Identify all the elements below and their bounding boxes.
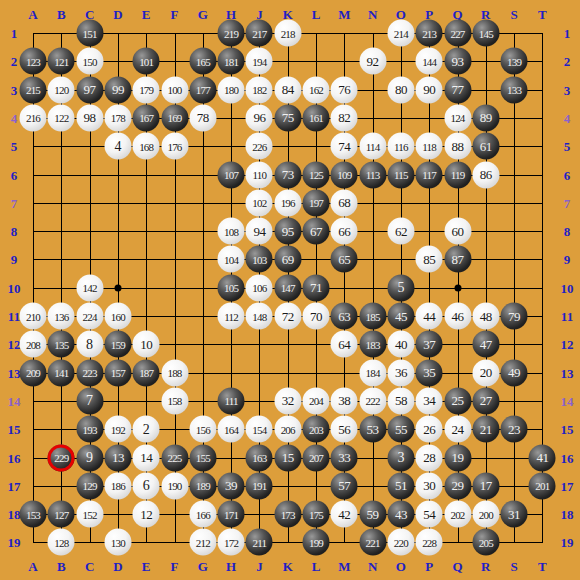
stone-Q18[interactable]: 202	[444, 501, 471, 528]
stone-R4[interactable]: 89	[472, 104, 499, 131]
move-number: 43	[395, 506, 407, 522]
stone-O10[interactable]: 5	[387, 274, 414, 301]
move-number: 26	[423, 421, 435, 437]
stone-C14[interactable]: 7	[76, 387, 103, 414]
move-number: 185	[366, 310, 380, 322]
stone-O19[interactable]: 220	[387, 529, 414, 556]
stone-J19[interactable]: 211	[246, 529, 273, 556]
move-number: 186	[111, 480, 125, 492]
stone-D19[interactable]: 130	[104, 529, 131, 556]
stone-N5[interactable]: 114	[359, 133, 386, 160]
stone-P14[interactable]: 34	[416, 387, 443, 414]
move-number: 60	[452, 223, 464, 239]
stone-O6[interactable]: 115	[387, 161, 414, 188]
stone-A12[interactable]: 208	[20, 331, 47, 358]
stone-N13[interactable]: 184	[359, 359, 386, 386]
move-number: 165	[196, 55, 210, 67]
stone-N11[interactable]: 185	[359, 303, 386, 330]
row-label-left-2: 2	[11, 55, 18, 68]
move-number: 35	[423, 365, 435, 381]
stone-N14[interactable]: 222	[359, 387, 386, 414]
stone-D3[interactable]: 99	[104, 76, 131, 103]
stone-P9[interactable]: 85	[416, 246, 443, 273]
stone-S15[interactable]: 23	[501, 416, 528, 443]
move-number: 109	[337, 169, 351, 181]
stone-L18[interactable]: 175	[303, 501, 330, 528]
stone-J2[interactable]: 194	[246, 48, 273, 75]
stone-L8[interactable]: 67	[303, 218, 330, 245]
stone-S18[interactable]: 31	[501, 501, 528, 528]
stone-L6[interactable]: 125	[303, 161, 330, 188]
stone-L10[interactable]: 71	[303, 274, 330, 301]
stone-M9[interactable]: 65	[331, 246, 358, 273]
stone-C3[interactable]: 97	[76, 76, 103, 103]
column-label-bottom-N: N	[368, 560, 377, 573]
stone-M7[interactable]: 68	[331, 189, 358, 216]
stone-J10[interactable]: 106	[246, 274, 273, 301]
stone-E4[interactable]: 167	[133, 104, 160, 131]
stone-J6[interactable]: 110	[246, 161, 273, 188]
stone-M3[interactable]: 76	[331, 76, 358, 103]
stone-H19[interactable]: 172	[218, 529, 245, 556]
stone-R6[interactable]: 86	[472, 161, 499, 188]
stone-C18[interactable]: 152	[76, 501, 103, 528]
stone-N12[interactable]: 183	[359, 331, 386, 358]
stone-C16[interactable]: 9	[76, 444, 103, 471]
stone-O11[interactable]: 45	[387, 303, 414, 330]
stone-F5[interactable]: 176	[161, 133, 188, 160]
stone-O8[interactable]: 62	[387, 218, 414, 245]
stone-E3[interactable]: 179	[133, 76, 160, 103]
move-number: 145	[479, 27, 493, 39]
move-number: 159	[111, 338, 125, 350]
stone-P18[interactable]: 54	[416, 501, 443, 528]
stone-C13[interactable]: 223	[76, 359, 103, 386]
move-number: 208	[26, 338, 40, 350]
row-label-left-11: 11	[8, 310, 20, 323]
stone-R14[interactable]: 27	[472, 387, 499, 414]
stone-Q14[interactable]: 25	[444, 387, 471, 414]
stone-M4[interactable]: 82	[331, 104, 358, 131]
stone-R5[interactable]: 61	[472, 133, 499, 160]
stone-R13[interactable]: 20	[472, 359, 499, 386]
stone-F4[interactable]: 169	[161, 104, 188, 131]
stone-F16[interactable]: 225	[161, 444, 188, 471]
move-number: 64	[338, 336, 350, 352]
move-number: 14	[140, 450, 152, 466]
stone-T17[interactable]: 201	[529, 472, 556, 499]
move-number: 12	[140, 506, 152, 522]
move-number: 129	[83, 480, 97, 492]
stone-M17[interactable]: 57	[331, 472, 358, 499]
stone-P12[interactable]: 37	[416, 331, 443, 358]
column-label-bottom-B: B	[57, 560, 66, 573]
stone-S11[interactable]: 79	[501, 303, 528, 330]
stone-K3[interactable]: 84	[274, 76, 301, 103]
move-number: 169	[167, 112, 181, 124]
stone-M18[interactable]: 42	[331, 501, 358, 528]
stone-Q8[interactable]: 60	[444, 218, 471, 245]
stone-O3[interactable]: 80	[387, 76, 414, 103]
row-label-left-14: 14	[8, 394, 21, 407]
stone-J5[interactable]: 226	[246, 133, 273, 160]
stone-P3[interactable]: 90	[416, 76, 443, 103]
stone-S3[interactable]: 133	[501, 76, 528, 103]
move-number: 10	[140, 336, 152, 352]
stone-O14[interactable]: 58	[387, 387, 414, 414]
stone-Q6[interactable]: 119	[444, 161, 471, 188]
stone-E5[interactable]: 168	[133, 133, 160, 160]
stone-B19[interactable]: 128	[48, 529, 75, 556]
stone-O16[interactable]: 3	[387, 444, 414, 471]
stone-G3[interactable]: 177	[189, 76, 216, 103]
stone-O13[interactable]: 36	[387, 359, 414, 386]
stone-B4[interactable]: 122	[48, 104, 75, 131]
stone-R19[interactable]: 205	[472, 529, 499, 556]
stone-G16[interactable]: 155	[189, 444, 216, 471]
stone-H3[interactable]: 180	[218, 76, 245, 103]
move-number: 58	[395, 393, 407, 409]
stone-A2[interactable]: 123	[20, 48, 47, 75]
row-label-left-17: 17	[8, 479, 21, 492]
stone-H17[interactable]: 39	[218, 472, 245, 499]
move-number: 95	[282, 223, 294, 239]
move-number: 3	[397, 450, 404, 466]
stone-H1[interactable]: 219	[218, 20, 245, 47]
move-number: 33	[338, 450, 350, 466]
stone-D12[interactable]: 159	[104, 331, 131, 358]
stone-Q11[interactable]: 46	[444, 303, 471, 330]
stone-K14[interactable]: 32	[274, 387, 301, 414]
stone-B16[interactable]: 229	[48, 444, 75, 471]
move-number: 154	[252, 423, 266, 435]
stone-L4[interactable]: 161	[303, 104, 330, 131]
stone-O1[interactable]: 214	[387, 20, 414, 47]
move-number: 6	[143, 478, 150, 494]
row-label-right-17: 17	[561, 479, 574, 492]
stone-P16[interactable]: 28	[416, 444, 443, 471]
stone-G19[interactable]: 212	[189, 529, 216, 556]
stone-O18[interactable]: 43	[387, 501, 414, 528]
move-number: 41	[536, 450, 548, 466]
stone-H2[interactable]: 181	[218, 48, 245, 75]
stone-H6[interactable]: 107	[218, 161, 245, 188]
stone-G15[interactable]: 156	[189, 416, 216, 443]
stone-P11[interactable]: 44	[416, 303, 443, 330]
move-number: 183	[366, 338, 380, 350]
stone-B11[interactable]: 136	[48, 303, 75, 330]
stone-Q5[interactable]: 88	[444, 133, 471, 160]
move-number: 162	[309, 84, 323, 96]
move-number: 217	[252, 27, 266, 39]
stone-K1[interactable]: 218	[274, 20, 301, 47]
move-number: 214	[394, 27, 408, 39]
row-label-right-14: 14	[561, 394, 574, 407]
stone-H8[interactable]: 108	[218, 218, 245, 245]
stone-K4[interactable]: 75	[274, 104, 301, 131]
stone-D4[interactable]: 178	[104, 104, 131, 131]
stone-G2[interactable]: 165	[189, 48, 216, 75]
move-number: 96	[253, 110, 265, 126]
move-number: 71	[310, 280, 322, 296]
stone-N6[interactable]: 113	[359, 161, 386, 188]
stone-K7[interactable]: 196	[274, 189, 301, 216]
stone-P17[interactable]: 30	[416, 472, 443, 499]
stone-R15[interactable]: 21	[472, 416, 499, 443]
stone-E17[interactable]: 6	[133, 472, 160, 499]
row-label-right-5: 5	[564, 140, 571, 153]
move-number: 173	[281, 508, 295, 520]
stone-M16[interactable]: 33	[331, 444, 358, 471]
stone-E12[interactable]: 10	[133, 331, 160, 358]
stone-K18[interactable]: 173	[274, 501, 301, 528]
stone-E18[interactable]: 12	[133, 501, 160, 528]
move-number: 8	[86, 336, 93, 352]
column-label-bottom-Q: Q	[452, 560, 462, 573]
stone-H11[interactable]: 112	[218, 303, 245, 330]
stone-M8[interactable]: 66	[331, 218, 358, 245]
stone-K16[interactable]: 15	[274, 444, 301, 471]
stone-C4[interactable]: 98	[76, 104, 103, 131]
stone-P1[interactable]: 213	[416, 20, 443, 47]
row-label-right-2: 2	[564, 55, 571, 68]
move-number: 172	[224, 536, 238, 548]
stone-Q15[interactable]: 24	[444, 416, 471, 443]
move-number: 54	[423, 506, 435, 522]
stone-G18[interactable]: 166	[189, 501, 216, 528]
stone-D13[interactable]: 157	[104, 359, 131, 386]
stone-A3[interactable]: 215	[20, 76, 47, 103]
stone-Q2[interactable]: 93	[444, 48, 471, 75]
hoshi-point-D10	[114, 284, 121, 291]
column-label-bottom-O: O	[396, 560, 406, 573]
move-number: 219	[224, 27, 238, 39]
move-number: 79	[508, 308, 520, 324]
stone-D17[interactable]: 186	[104, 472, 131, 499]
move-number: 114	[366, 140, 380, 152]
stone-O15[interactable]: 55	[387, 416, 414, 443]
stone-P2[interactable]: 144	[416, 48, 443, 75]
move-number: 188	[167, 367, 181, 379]
move-number: 92	[367, 53, 379, 69]
move-number: 82	[338, 110, 350, 126]
stone-P19[interactable]: 228	[416, 529, 443, 556]
stone-R1[interactable]: 145	[472, 20, 499, 47]
stone-Q17[interactable]: 29	[444, 472, 471, 499]
stone-B2[interactable]: 121	[48, 48, 75, 75]
stone-O12[interactable]: 40	[387, 331, 414, 358]
stone-F17[interactable]: 190	[161, 472, 188, 499]
stone-N15[interactable]: 53	[359, 416, 386, 443]
move-number: 77	[452, 82, 464, 98]
stone-J17[interactable]: 191	[246, 472, 273, 499]
move-number: 153	[26, 508, 40, 520]
column-label-bottom-C: C	[85, 560, 94, 573]
move-number: 57	[338, 478, 350, 494]
stone-D16[interactable]: 13	[104, 444, 131, 471]
move-number: 206	[281, 423, 295, 435]
move-number: 66	[338, 223, 350, 239]
stone-N18[interactable]: 59	[359, 501, 386, 528]
stone-O17[interactable]: 51	[387, 472, 414, 499]
move-number: 107	[224, 169, 238, 181]
move-number: 76	[338, 82, 350, 98]
stone-E13[interactable]: 187	[133, 359, 160, 386]
stone-C10[interactable]: 142	[76, 274, 103, 301]
move-number: 201	[535, 480, 549, 492]
move-number: 144	[422, 55, 436, 67]
stone-F13[interactable]: 188	[161, 359, 188, 386]
stone-J16[interactable]: 163	[246, 444, 273, 471]
column-label-top-A: A	[28, 8, 37, 21]
stone-M6[interactable]: 109	[331, 161, 358, 188]
move-number: 202	[450, 508, 464, 520]
stone-J9[interactable]: 103	[246, 246, 273, 273]
move-number: 225	[167, 452, 181, 464]
row-label-left-4: 4	[11, 111, 18, 124]
stone-L14[interactable]: 204	[303, 387, 330, 414]
move-number: 139	[507, 55, 521, 67]
move-number: 72	[282, 308, 294, 324]
move-number: 90	[423, 82, 435, 98]
stone-E16[interactable]: 14	[133, 444, 160, 471]
stone-G4[interactable]: 78	[189, 104, 216, 131]
stone-K15[interactable]: 206	[274, 416, 301, 443]
stone-F14[interactable]: 158	[161, 387, 188, 414]
stone-F3[interactable]: 100	[161, 76, 188, 103]
stone-K6[interactable]: 73	[274, 161, 301, 188]
stone-Q9[interactable]: 87	[444, 246, 471, 273]
stone-P6[interactable]: 117	[416, 161, 443, 188]
stone-H14[interactable]: 111	[218, 387, 245, 414]
stone-P15[interactable]: 26	[416, 416, 443, 443]
stone-E2[interactable]: 101	[133, 48, 160, 75]
stone-A18[interactable]: 153	[20, 501, 47, 528]
row-label-left-10: 10	[8, 281, 21, 294]
column-label-top-G: G	[198, 8, 208, 21]
stone-J3[interactable]: 182	[246, 76, 273, 103]
row-label-right-12: 12	[561, 338, 574, 351]
column-label-top-M: M	[338, 8, 350, 21]
stone-L11[interactable]: 70	[303, 303, 330, 330]
column-label-bottom-P: P	[425, 560, 433, 573]
move-number: 74	[338, 138, 350, 154]
stone-O5[interactable]: 116	[387, 133, 414, 160]
stone-K8[interactable]: 95	[274, 218, 301, 245]
stone-C2[interactable]: 150	[76, 48, 103, 75]
stone-R12[interactable]: 47	[472, 331, 499, 358]
stone-J15[interactable]: 154	[246, 416, 273, 443]
stone-B13[interactable]: 141	[48, 359, 75, 386]
move-number: 136	[54, 310, 68, 322]
stone-K11[interactable]: 72	[274, 303, 301, 330]
stone-H18[interactable]: 171	[218, 501, 245, 528]
stone-M14[interactable]: 38	[331, 387, 358, 414]
stone-R17[interactable]: 17	[472, 472, 499, 499]
move-number: 32	[282, 393, 294, 409]
stone-H9[interactable]: 104	[218, 246, 245, 273]
stone-B3[interactable]: 120	[48, 76, 75, 103]
stone-M11[interactable]: 63	[331, 303, 358, 330]
stone-J4[interactable]: 96	[246, 104, 273, 131]
stone-P13[interactable]: 35	[416, 359, 443, 386]
stone-E15[interactable]: 2	[133, 416, 160, 443]
stone-L16[interactable]: 207	[303, 444, 330, 471]
move-number: 24	[452, 421, 464, 437]
stone-A13[interactable]: 209	[20, 359, 47, 386]
stone-C15[interactable]: 193	[76, 416, 103, 443]
stone-L7[interactable]: 197	[303, 189, 330, 216]
stone-D5[interactable]: 4	[104, 133, 131, 160]
column-label-bottom-R: R	[481, 560, 490, 573]
stone-R18[interactable]: 200	[472, 501, 499, 528]
move-number: 115	[394, 169, 408, 181]
stone-J11[interactable]: 148	[246, 303, 273, 330]
stone-D15[interactable]: 192	[104, 416, 131, 443]
stone-J7[interactable]: 102	[246, 189, 273, 216]
move-number: 39	[225, 478, 237, 494]
stone-N19[interactable]: 221	[359, 529, 386, 556]
stone-Q4[interactable]: 124	[444, 104, 471, 131]
stone-K9[interactable]: 69	[274, 246, 301, 273]
move-number: 228	[422, 536, 436, 548]
row-label-right-9: 9	[564, 253, 571, 266]
stone-M15[interactable]: 56	[331, 416, 358, 443]
stone-A4[interactable]: 216	[20, 104, 47, 131]
stone-A11[interactable]: 210	[20, 303, 47, 330]
move-number: 28	[423, 450, 435, 466]
stone-L15[interactable]: 203	[303, 416, 330, 443]
stone-S2[interactable]: 139	[501, 48, 528, 75]
move-number: 116	[394, 140, 408, 152]
stone-Q3[interactable]: 77	[444, 76, 471, 103]
stone-C12[interactable]: 8	[76, 331, 103, 358]
stone-Q16[interactable]: 19	[444, 444, 471, 471]
stone-J1[interactable]: 217	[246, 20, 273, 47]
move-number: 2	[143, 421, 150, 437]
column-label-top-T: T	[538, 8, 547, 21]
stone-B12[interactable]: 135	[48, 331, 75, 358]
stone-K10[interactable]: 147	[274, 274, 301, 301]
stone-C11[interactable]: 224	[76, 303, 103, 330]
move-number: 102	[252, 197, 266, 209]
row-label-left-1: 1	[11, 27, 18, 40]
stone-J8[interactable]: 94	[246, 218, 273, 245]
stone-S13[interactable]: 49	[501, 359, 528, 386]
stone-N2[interactable]: 92	[359, 48, 386, 75]
move-number: 75	[282, 110, 294, 126]
stone-M12[interactable]: 64	[331, 331, 358, 358]
stone-D11[interactable]: 160	[104, 303, 131, 330]
stone-L3[interactable]: 162	[303, 76, 330, 103]
stone-C17[interactable]: 129	[76, 472, 103, 499]
move-number: 205	[479, 536, 493, 548]
move-number: 38	[338, 393, 350, 409]
stone-Q1[interactable]: 227	[444, 20, 471, 47]
stone-P5[interactable]: 118	[416, 133, 443, 160]
stone-T16[interactable]: 41	[529, 444, 556, 471]
stone-H15[interactable]: 164	[218, 416, 245, 443]
stone-B18[interactable]: 127	[48, 501, 75, 528]
move-number: 87	[452, 251, 464, 267]
stone-M5[interactable]: 74	[331, 133, 358, 160]
stone-C1[interactable]: 151	[76, 20, 103, 47]
stone-G17[interactable]: 189	[189, 472, 216, 499]
stone-H10[interactable]: 105	[218, 274, 245, 301]
stone-R11[interactable]: 48	[472, 303, 499, 330]
row-label-left-8: 8	[11, 225, 18, 238]
stone-L19[interactable]: 199	[303, 529, 330, 556]
